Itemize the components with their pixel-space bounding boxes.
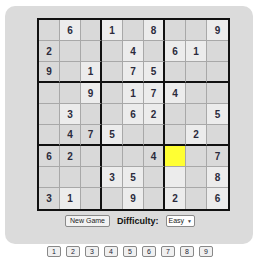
cell-r4c1[interactable] <box>39 83 60 104</box>
cell-r4c8[interactable] <box>186 83 207 104</box>
cell-r2c1[interactable]: 2 <box>39 41 60 62</box>
cell-r9c7[interactable]: 2 <box>165 188 186 209</box>
cell-r8c9[interactable]: 8 <box>207 167 228 188</box>
cell-r9c2[interactable]: 1 <box>60 188 81 209</box>
cell-r5c1[interactable] <box>39 104 60 125</box>
cell-r8c1[interactable] <box>39 167 60 188</box>
cell-r8c3[interactable] <box>81 167 102 188</box>
cell-r4c3[interactable]: 9 <box>81 83 102 104</box>
cell-r3c9[interactable] <box>207 62 228 83</box>
cell-r5c4[interactable] <box>102 104 123 125</box>
number-button-8[interactable]: 8 <box>180 246 194 257</box>
cell-r6c8[interactable]: 2 <box>186 125 207 146</box>
cell-r5c2[interactable]: 3 <box>60 104 81 125</box>
cell-r5c3[interactable] <box>81 104 102 125</box>
cell-r4c5[interactable]: 1 <box>123 83 144 104</box>
chevron-down-icon: ▼ <box>187 218 192 224</box>
cell-r2c3[interactable] <box>81 41 102 62</box>
cell-r1c7[interactable] <box>165 20 186 41</box>
cell-r1c1[interactable] <box>39 20 60 41</box>
cell-r1c5[interactable] <box>123 20 144 41</box>
cell-r9c5[interactable]: 9 <box>123 188 144 209</box>
cell-r9c6[interactable] <box>144 188 165 209</box>
cell-r1c8[interactable] <box>186 20 207 41</box>
cell-r5c8[interactable] <box>186 104 207 125</box>
cell-r4c4[interactable] <box>102 83 123 104</box>
cell-r3c7[interactable] <box>165 62 186 83</box>
cell-r4c9[interactable] <box>207 83 228 104</box>
new-game-button[interactable]: New Game <box>65 215 110 227</box>
cell-r6c2[interactable]: 4 <box>60 125 81 146</box>
cell-r3c3[interactable]: 1 <box>81 62 102 83</box>
cell-r3c5[interactable]: 7 <box>123 62 144 83</box>
cell-r6c5[interactable] <box>123 125 144 146</box>
cell-r6c4[interactable]: 5 <box>102 125 123 146</box>
cell-r8c4[interactable]: 3 <box>102 167 123 188</box>
cell-r7c7[interactable] <box>165 146 186 167</box>
cell-r2c9[interactable] <box>207 41 228 62</box>
cell-r1c6[interactable]: 8 <box>144 20 165 41</box>
cell-r2c4[interactable] <box>102 41 123 62</box>
number-button-9[interactable]: 9 <box>199 246 213 257</box>
cell-r9c4[interactable] <box>102 188 123 209</box>
cell-r7c9[interactable]: 7 <box>207 146 228 167</box>
cell-r2c5[interactable]: 4 <box>123 41 144 62</box>
cell-r7c6[interactable]: 4 <box>144 146 165 167</box>
difficulty-label: Difficulty: <box>117 216 159 226</box>
cell-r2c7[interactable]: 6 <box>165 41 186 62</box>
cell-r9c9[interactable]: 6 <box>207 188 228 209</box>
number-button-7[interactable]: 7 <box>161 246 175 257</box>
cell-r6c3[interactable]: 7 <box>81 125 102 146</box>
cell-r6c6[interactable] <box>144 125 165 146</box>
cell-r6c9[interactable] <box>207 125 228 146</box>
cell-r8c5[interactable]: 5 <box>123 167 144 188</box>
cell-r7c5[interactable] <box>123 146 144 167</box>
cell-r7c8[interactable] <box>186 146 207 167</box>
number-button-5[interactable]: 5 <box>123 246 137 257</box>
cell-r4c2[interactable] <box>60 83 81 104</box>
cell-r7c2[interactable]: 2 <box>60 146 81 167</box>
cell-r7c1[interactable]: 6 <box>39 146 60 167</box>
cell-r2c2[interactable] <box>60 41 81 62</box>
cell-r3c4[interactable] <box>102 62 123 83</box>
cell-r3c8[interactable] <box>186 62 207 83</box>
cell-r7c4[interactable] <box>102 146 123 167</box>
cell-r6c1[interactable] <box>39 125 60 146</box>
cell-r9c3[interactable] <box>81 188 102 209</box>
number-button-3[interactable]: 3 <box>85 246 99 257</box>
cell-r1c4[interactable]: 1 <box>102 20 123 41</box>
cell-r3c2[interactable] <box>60 62 81 83</box>
cell-r3c6[interactable]: 5 <box>144 62 165 83</box>
cell-r8c7[interactable] <box>165 167 186 188</box>
cell-r4c6[interactable]: 7 <box>144 83 165 104</box>
cell-r1c9[interactable]: 9 <box>207 20 228 41</box>
number-button-4[interactable]: 4 <box>104 246 118 257</box>
number-button-2[interactable]: 2 <box>66 246 80 257</box>
cell-r6c7[interactable] <box>165 125 186 146</box>
number-button-row: 123456789 <box>0 246 260 257</box>
controls-row: New Game Difficulty: Easy ▼ <box>0 214 260 227</box>
cell-r5c7[interactable] <box>165 104 186 125</box>
cell-r8c8[interactable] <box>186 167 207 188</box>
cell-r9c8[interactable] <box>186 188 207 209</box>
cell-r8c6[interactable] <box>144 167 165 188</box>
cell-r9c1[interactable]: 3 <box>39 188 60 209</box>
difficulty-select[interactable]: Easy ▼ <box>166 215 196 227</box>
sudoku-board: 618924619175917436254752624735831926 <box>37 18 230 211</box>
cell-r5c5[interactable]: 6 <box>123 104 144 125</box>
cell-r1c2[interactable]: 6 <box>60 20 81 41</box>
cell-r5c6[interactable]: 2 <box>144 104 165 125</box>
cell-r2c6[interactable] <box>144 41 165 62</box>
cell-r8c2[interactable] <box>60 167 81 188</box>
cell-r7c3[interactable] <box>81 146 102 167</box>
cell-r3c1[interactable]: 9 <box>39 62 60 83</box>
number-button-1[interactable]: 1 <box>47 246 61 257</box>
cell-r1c3[interactable] <box>81 20 102 41</box>
number-button-6[interactable]: 6 <box>142 246 156 257</box>
cell-r5c9[interactable]: 5 <box>207 104 228 125</box>
difficulty-selected-value: Easy <box>169 217 185 224</box>
cell-r4c7[interactable]: 4 <box>165 83 186 104</box>
cell-r2c8[interactable]: 1 <box>186 41 207 62</box>
